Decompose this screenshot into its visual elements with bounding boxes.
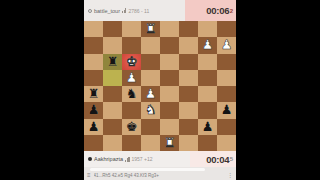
square-c1 [179,21,198,37]
bottom-player-bar[interactable]: Aakhripazta 1957 +12 00:04 5 [84,151,236,167]
square-b4 [198,70,217,86]
more-icon[interactable]: ⋮ [228,173,234,179]
square-f3: ♚ [122,54,141,70]
black-side-icon [88,157,92,161]
black-pawn-a6: ♟ [217,102,236,118]
top-player-name: battle_tour [94,8,120,14]
black-pawn-h6: ♟ [84,102,103,118]
square-a6: ♟ [217,102,236,118]
square-f4: ♟ [122,70,141,86]
square-e5: ♟ [141,86,160,102]
square-c2 [179,37,198,53]
square-b6 [198,102,217,118]
square-e4 [141,70,160,86]
square-f6 [122,102,141,118]
square-b7: ♟ [198,119,217,135]
white-side-icon [88,9,92,13]
square-b3 [198,54,217,70]
square-a8 [217,135,236,151]
white-rook-e1: ♜ [141,21,160,37]
top-player-bar[interactable]: battle_tour 2786 - 11 00:06 2 [84,0,236,21]
square-g6 [103,102,122,118]
top-clock-time: 00:06 [206,5,229,16]
square-a2: ♟ [217,37,236,53]
square-h5: ♜ [84,86,103,102]
square-d7 [160,119,179,135]
square-c6 [179,102,198,118]
top-clock-tenths: 2 [230,8,233,14]
square-g7 [103,119,122,135]
square-e1: ♜ [141,21,160,37]
bottom-clock-time: 00:04 [206,154,229,165]
app-screen: battle_tour 2786 - 11 00:06 2 ♜♟♟♜♚♟♜♞♟♟… [84,0,236,180]
square-a7 [217,119,236,135]
square-h3 [84,54,103,70]
black-rook-h5: ♜ [84,86,103,102]
square-h6: ♟ [84,102,103,118]
white-pawn-f4: ♟ [122,70,141,86]
square-f5: ♞ [122,86,141,102]
square-d3 [160,54,179,70]
letterbox-stage: battle_tour 2786 - 11 00:06 2 ♜♟♟♜♚♟♜♞♟♟… [0,0,320,180]
square-c7 [179,119,198,135]
square-c3 [179,54,198,70]
square-d2 [160,37,179,53]
square-b2: ♟ [198,37,217,53]
square-d1 [160,21,179,37]
white-knight-e6: ♞ [141,102,160,118]
square-c4 [179,70,198,86]
menu-icon[interactable]: ≡ [87,172,91,178]
move-toolbar: ≡ 41...Rh5 42.e5 Rg4 43.Kf3 Rg3+ ⋮ [84,167,236,180]
black-pawn-b7: ♟ [198,119,217,135]
white-king-f3: ♚ [122,54,141,70]
bottom-player-info[interactable]: Aakhripazta 1957 +12 [84,156,190,162]
square-h1 [84,21,103,37]
top-clock: 00:06 2 [185,0,236,21]
square-g4 [103,70,122,86]
black-pawn-h7: ♟ [84,119,103,135]
square-b5 [198,86,217,102]
move-list[interactable]: 41...Rh5 42.e5 Rg4 43.Kf3 Rg3+ [94,173,225,178]
black-knight-f5: ♞ [122,86,141,102]
square-e7 [141,119,160,135]
square-e3 [141,54,160,70]
white-pawn-a2: ♟ [217,37,236,53]
signal-icon [122,8,126,13]
square-g1 [103,21,122,37]
square-a5 [217,86,236,102]
square-h7: ♟ [84,119,103,135]
square-a1 [217,21,236,37]
top-player-rating: 2786 - 11 [128,8,149,14]
top-player-info[interactable]: battle_tour 2786 - 11 [84,8,185,14]
square-f2 [122,37,141,53]
signal-icon [125,157,129,162]
square-c5 [179,86,198,102]
square-f8 [122,135,141,151]
bottom-clock: 00:04 5 [190,151,236,167]
square-f1 [122,21,141,37]
square-f7: ♚ [122,119,141,135]
white-pawn-b2: ♟ [198,37,217,53]
square-e6: ♞ [141,102,160,118]
black-rook-g3: ♜ [103,54,122,70]
black-king-f7: ♚ [122,119,141,135]
square-a3 [217,54,236,70]
square-b8 [198,135,217,151]
chess-board: ♜♟♟♜♚♟♜♞♟♟♞♟♟♚♟♜ [84,21,236,151]
bottom-player-rating: 1957 +12 [132,156,153,162]
square-e8 [141,135,160,151]
white-rook-d8: ♜ [160,135,179,151]
square-d8: ♜ [160,135,179,151]
square-g5 [103,86,122,102]
square-g8 [103,135,122,151]
square-c8 [179,135,198,151]
white-pawn-e5: ♟ [141,86,160,102]
square-g3: ♜ [103,54,122,70]
square-a4 [217,70,236,86]
square-g2 [103,37,122,53]
square-d5 [160,86,179,102]
bottom-player-name: Aakhripazta [94,156,123,162]
square-d4 [160,70,179,86]
square-h8 [84,135,103,151]
bottom-clock-tenths: 5 [230,156,233,162]
square-h4 [84,70,103,86]
square-h2 [84,37,103,53]
square-e2 [141,37,160,53]
square-b1 [198,21,217,37]
square-d6 [160,102,179,118]
